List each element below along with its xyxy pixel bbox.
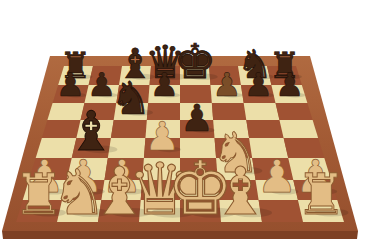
- chess-photo: ♜♝♛♚♞♜♟♟♟♟♟♟♞♟♝♟♞♟♟♟♟♟♜♞♝♛♚♝♜: [0, 0, 365, 240]
- board-frame-front-face: [2, 231, 358, 239]
- black-pawn-f7[interactable]: ♟: [212, 66, 241, 104]
- black-pawn-e5[interactable]: ♟: [180, 97, 213, 140]
- white-rook-h1[interactable]: ♜: [296, 161, 347, 227]
- square-f6[interactable]: [212, 103, 246, 120]
- black-king-e8[interactable]: ♚: [174, 34, 216, 89]
- square-g6[interactable]: [244, 103, 280, 120]
- white-bishop-f1[interactable]: ♝: [211, 153, 270, 229]
- square-h6[interactable]: [276, 103, 313, 120]
- black-pawn-d7[interactable]: ♟: [150, 66, 179, 104]
- black-pawn-h7[interactable]: ♟: [275, 66, 304, 104]
- chessboard: ♜♝♛♚♞♜♟♟♟♟♟♟♞♟♝♟♞♟♟♟♟♟♜♞♝♛♚♝♜: [0, 0, 365, 240]
- black-pawn-g7[interactable]: ♟: [244, 66, 273, 104]
- square-h5[interactable]: [279, 120, 318, 138]
